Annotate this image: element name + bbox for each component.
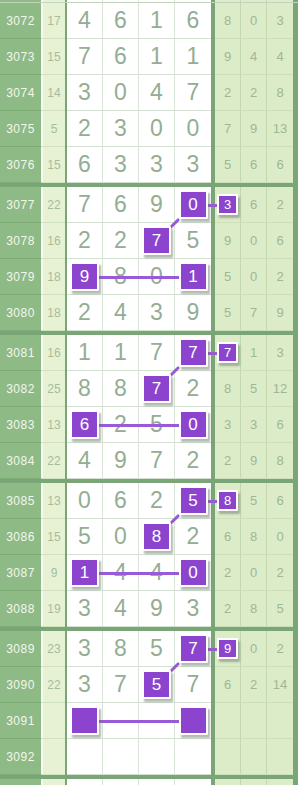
digit-cell[interactable]: 0 bbox=[175, 407, 211, 443]
digit-cell[interactable]: 7 bbox=[175, 631, 211, 667]
digit-cell[interactable]: 8 bbox=[103, 631, 139, 667]
right-edge-band bbox=[293, 591, 298, 627]
digit-cell[interactable]: 8 bbox=[67, 371, 103, 407]
selected-digit-box: 1 bbox=[179, 262, 208, 291]
digit-cell[interactable]: 2 bbox=[67, 295, 103, 331]
selected-digit-box bbox=[179, 706, 208, 735]
stat-cell-fragment bbox=[267, 779, 293, 785]
digit-cell[interactable]: 7 bbox=[175, 667, 211, 703]
lottery-trend-chart: 3072174616803307315761194430741430472283… bbox=[0, 0, 298, 785]
digit-cell[interactable]: 2 bbox=[175, 519, 211, 555]
stat-cell[interactable]: 7 bbox=[241, 295, 267, 331]
digit-cell[interactable]: 2 bbox=[175, 371, 211, 407]
stat-cell[interactable]: 12 bbox=[267, 371, 293, 407]
stat-cell[interactable]: 7 bbox=[215, 335, 241, 371]
digit-cell[interactable] bbox=[67, 703, 103, 739]
stat-cell[interactable]: 2 bbox=[241, 75, 267, 111]
digit-cell[interactable]: 0 bbox=[175, 555, 211, 591]
right-edge-band bbox=[293, 739, 298, 775]
digit-cell[interactable]: 1 bbox=[139, 3, 175, 39]
sum-cell: 9 bbox=[43, 555, 65, 591]
row-period-3082: 30822588728512 bbox=[0, 371, 298, 407]
row-period-3090: 30902237576214 bbox=[0, 667, 298, 703]
period-cell: 3081 bbox=[0, 335, 41, 371]
stat-cell[interactable]: 5 bbox=[241, 483, 267, 519]
digit-cell-fragment bbox=[67, 779, 103, 785]
selected-digit-box: 7 bbox=[142, 226, 171, 255]
stat-cell[interactable]: 6 bbox=[267, 483, 293, 519]
sum-cell: 5 bbox=[43, 111, 65, 147]
digit-cell[interactable]: 6 bbox=[103, 39, 139, 75]
selected-digit-box: 6 bbox=[70, 410, 99, 439]
stat-cell[interactable]: 1 bbox=[241, 335, 267, 371]
period-cell: 3077 bbox=[0, 187, 41, 223]
digit-cell[interactable] bbox=[103, 739, 139, 775]
stat-cell[interactable]: 5 bbox=[267, 591, 293, 627]
stat-cell[interactable]: 2 bbox=[215, 75, 241, 111]
right-edge-band bbox=[293, 187, 298, 223]
stat-cell[interactable]: 9 bbox=[215, 39, 241, 75]
stat-cell[interactable]: 6 bbox=[267, 223, 293, 259]
period-cell: 3088 bbox=[0, 591, 41, 627]
stat-cell[interactable]: 2 bbox=[267, 259, 293, 295]
right-edge-band bbox=[293, 371, 298, 407]
right-edge-band bbox=[293, 147, 298, 183]
row-period-3083: 3083136250336 bbox=[0, 407, 298, 443]
row-period-3080: 3080182439579 bbox=[0, 295, 298, 331]
stat-cell[interactable] bbox=[241, 739, 267, 775]
digit-cell[interactable]: 0 bbox=[103, 75, 139, 111]
digit-cell[interactable]: 9 bbox=[175, 295, 211, 331]
digit-cell[interactable]: 5 bbox=[139, 631, 175, 667]
digit-cell[interactable]: 1 bbox=[139, 39, 175, 75]
stat-cell[interactable]: 8 bbox=[267, 75, 293, 111]
period-cell: 3087 bbox=[0, 555, 41, 591]
digit-cell[interactable]: 0 bbox=[175, 111, 211, 147]
row-period-3074: 3074143047228 bbox=[0, 75, 298, 111]
selected-stat-box: 9 bbox=[217, 638, 238, 659]
stat-cell[interactable] bbox=[267, 739, 293, 775]
digit-cell[interactable]: 1 bbox=[67, 555, 103, 591]
trend-grid: 3072174616803307315761194430741430472283… bbox=[0, 0, 298, 785]
stat-cell[interactable] bbox=[241, 703, 267, 739]
sum-cell: 16 bbox=[43, 223, 65, 259]
sum-cell: 19 bbox=[43, 591, 65, 627]
digit-cell[interactable]: 6 bbox=[103, 187, 139, 223]
digit-cell[interactable]: 1 bbox=[103, 335, 139, 371]
digit-cell[interactable]: 4 bbox=[67, 3, 103, 39]
row-period-3085: 3085130625856 bbox=[0, 483, 298, 519]
period-cell: 3084 bbox=[0, 443, 41, 479]
stat-cell[interactable]: 5 bbox=[215, 295, 241, 331]
digit-cell[interactable]: 7 bbox=[139, 443, 175, 479]
digit-cell[interactable]: 1 bbox=[175, 39, 211, 75]
digit-cell[interactable]: 9 bbox=[103, 443, 139, 479]
sum-cell: 25 bbox=[43, 371, 65, 407]
digit-cell[interactable]: 6 bbox=[67, 147, 103, 183]
right-edge-band bbox=[293, 631, 298, 667]
stat-cell[interactable]: 8 bbox=[215, 371, 241, 407]
period-cell-fragment bbox=[0, 779, 41, 785]
digit-cell[interactable]: 2 bbox=[67, 223, 103, 259]
selected-digit-box: 5 bbox=[142, 670, 171, 699]
stat-cell[interactable]: 5 bbox=[241, 371, 267, 407]
stat-cell[interactable]: 3 bbox=[267, 3, 293, 39]
digit-cell[interactable]: 2 bbox=[67, 111, 103, 147]
digit-cell[interactable]: 3 bbox=[175, 147, 211, 183]
stat-cell[interactable]: 9 bbox=[215, 223, 241, 259]
digit-cell[interactable]: 5 bbox=[175, 483, 211, 519]
digit-cell[interactable]: 7 bbox=[175, 335, 211, 371]
connector-line bbox=[98, 720, 180, 723]
stat-cell[interactable]: 2 bbox=[267, 555, 293, 591]
digit-cell-fragment bbox=[139, 779, 175, 785]
stat-cell[interactable] bbox=[215, 703, 241, 739]
row-period-3086: 3086155082680 bbox=[0, 519, 298, 555]
digit-cell[interactable]: 3 bbox=[139, 295, 175, 331]
row-period-3076: 3076156333566 bbox=[0, 147, 298, 183]
stat-cell[interactable]: 5 bbox=[215, 147, 241, 183]
sum-cell: 22 bbox=[43, 187, 65, 223]
digit-cell[interactable]: 8 bbox=[103, 371, 139, 407]
stat-cell[interactable]: 0 bbox=[241, 223, 267, 259]
period-cell: 3090 bbox=[0, 667, 41, 703]
sum-cell: 22 bbox=[43, 667, 65, 703]
sum-cell: 15 bbox=[43, 39, 65, 75]
period-cell: 3074 bbox=[0, 75, 41, 111]
row-period-3073: 3073157611944 bbox=[0, 39, 298, 75]
stat-cell[interactable]: 9 bbox=[241, 111, 267, 147]
stat-cell[interactable]: 9 bbox=[267, 295, 293, 331]
row-period-3092: 3092 bbox=[0, 739, 298, 775]
stat-cell[interactable]: 0 bbox=[241, 3, 267, 39]
connector-line bbox=[98, 572, 180, 575]
stat-cell[interactable]: 6 bbox=[241, 147, 267, 183]
stat-cell[interactable]: 6 bbox=[267, 147, 293, 183]
sum-cell-fragment bbox=[43, 779, 65, 785]
stat-cell[interactable]: 8 bbox=[267, 443, 293, 479]
digit-cell-fragment bbox=[175, 779, 211, 785]
period-cell: 3072 bbox=[0, 3, 41, 39]
row-period-3084: 3084224972298 bbox=[0, 443, 298, 479]
sum-cell: 18 bbox=[43, 259, 65, 295]
period-cell: 3083 bbox=[0, 407, 41, 443]
period-cell: 3080 bbox=[0, 295, 41, 331]
digit-cell[interactable]: 7 bbox=[175, 75, 211, 111]
stat-cell[interactable]: 8 bbox=[215, 483, 241, 519]
stat-cell[interactable]: 8 bbox=[215, 3, 241, 39]
digit-cell[interactable]: 4 bbox=[103, 295, 139, 331]
row-period-3088: 3088193493285 bbox=[0, 591, 298, 627]
digit-cell[interactable]: 1 bbox=[67, 335, 103, 371]
connector-line bbox=[98, 424, 180, 427]
digit-cell[interactable]: 3 bbox=[67, 631, 103, 667]
right-edge-band bbox=[293, 667, 298, 703]
right-edge-band bbox=[293, 703, 298, 739]
right-edge-band bbox=[293, 555, 298, 591]
stat-cell[interactable]: 9 bbox=[241, 443, 267, 479]
stat-cell[interactable]: 2 bbox=[215, 591, 241, 627]
period-cell: 3073 bbox=[0, 39, 41, 75]
digit-cell[interactable]: 7 bbox=[103, 667, 139, 703]
digit-cell[interactable]: 9 bbox=[67, 259, 103, 295]
sum-cell: 13 bbox=[43, 483, 65, 519]
digit-cell[interactable]: 3 bbox=[139, 147, 175, 183]
digit-cell[interactable]: 7 bbox=[139, 371, 175, 407]
digit-cell[interactable]: 4 bbox=[103, 591, 139, 627]
right-edge-band bbox=[293, 443, 298, 479]
digit-cell[interactable] bbox=[67, 739, 103, 775]
selected-digit-box: 8 bbox=[142, 522, 171, 551]
digit-cell[interactable]: 7 bbox=[139, 223, 175, 259]
stat-cell[interactable]: 8 bbox=[241, 591, 267, 627]
stat-cell-fragment bbox=[241, 779, 267, 785]
row-period-3077: 3077227690362 bbox=[0, 187, 298, 223]
stat-cell[interactable]: 0 bbox=[241, 555, 267, 591]
digit-cell[interactable]: 2 bbox=[103, 223, 139, 259]
digit-cell[interactable]: 5 bbox=[139, 667, 175, 703]
right-edge-band bbox=[293, 223, 298, 259]
digit-cell[interactable]: 4 bbox=[139, 75, 175, 111]
selected-stat-box: 8 bbox=[217, 490, 238, 511]
digit-cell[interactable]: 9 bbox=[139, 187, 175, 223]
right-edge-band bbox=[293, 3, 298, 39]
next-row-fragment bbox=[0, 779, 298, 785]
stat-cell[interactable]: 6 bbox=[267, 407, 293, 443]
sum-cell: 15 bbox=[43, 147, 65, 183]
sum-cell: 17 bbox=[43, 3, 65, 39]
period-cell: 3089 bbox=[0, 631, 41, 667]
stat-cell[interactable] bbox=[215, 739, 241, 775]
stat-cell[interactable]: 0 bbox=[241, 631, 267, 667]
right-edge-band bbox=[293, 483, 298, 519]
digit-cell[interactable]: 3 bbox=[103, 111, 139, 147]
selected-digit-box bbox=[70, 706, 99, 735]
digit-cell[interactable]: 3 bbox=[67, 75, 103, 111]
digit-cell[interactable]: 3 bbox=[103, 147, 139, 183]
digit-cell[interactable]: 6 bbox=[103, 483, 139, 519]
digit-cell[interactable]: 6 bbox=[103, 3, 139, 39]
stat-cell[interactable]: 7 bbox=[215, 111, 241, 147]
selected-digit-box: 9 bbox=[70, 262, 99, 291]
stat-cell[interactable]: 3 bbox=[241, 407, 267, 443]
stat-cell[interactable]: 3 bbox=[215, 187, 241, 223]
stat-cell[interactable]: 3 bbox=[267, 335, 293, 371]
digit-cell[interactable]: 5 bbox=[67, 519, 103, 555]
stat-cell[interactable]: 0 bbox=[267, 519, 293, 555]
sum-cell: 23 bbox=[43, 631, 65, 667]
stat-cell[interactable]: 5 bbox=[215, 259, 241, 295]
right-edge-band bbox=[293, 259, 298, 295]
right-edge-band bbox=[293, 75, 298, 111]
digit-cell[interactable]: 7 bbox=[67, 39, 103, 75]
right-edge-band bbox=[293, 295, 298, 331]
digit-cell[interactable]: 0 bbox=[103, 519, 139, 555]
selected-digit-box: 1 bbox=[70, 558, 99, 587]
period-cell: 3092 bbox=[0, 739, 41, 775]
digit-cell[interactable] bbox=[175, 703, 211, 739]
digit-cell[interactable]: 4 bbox=[67, 443, 103, 479]
digit-cell[interactable]: 0 bbox=[139, 111, 175, 147]
row-period-3072: 3072174616803 bbox=[0, 3, 298, 39]
right-edge-band bbox=[293, 335, 298, 371]
row-period-3089: 3089233857902 bbox=[0, 631, 298, 667]
selected-stat-box: 3 bbox=[217, 194, 238, 215]
digit-cell[interactable]: 6 bbox=[67, 407, 103, 443]
stat-cell-fragment bbox=[215, 779, 241, 785]
digit-cell[interactable]: 3 bbox=[67, 591, 103, 627]
row-period-3081: 3081161177713 bbox=[0, 335, 298, 371]
digit-cell[interactable]: 3 bbox=[175, 591, 211, 627]
sum-cell bbox=[43, 703, 65, 739]
stat-cell[interactable]: 9 bbox=[215, 631, 241, 667]
stat-cell[interactable]: 2 bbox=[267, 187, 293, 223]
right-edge-band bbox=[293, 407, 298, 443]
sum-cell: 14 bbox=[43, 75, 65, 111]
period-cell: 3076 bbox=[0, 147, 41, 183]
period-cell: 3079 bbox=[0, 259, 41, 295]
digit-cell[interactable] bbox=[175, 739, 211, 775]
stat-cell[interactable]: 4 bbox=[241, 39, 267, 75]
sum-cell: 22 bbox=[43, 443, 65, 479]
stat-cell[interactable]: 13 bbox=[267, 111, 293, 147]
stat-cell[interactable]: 0 bbox=[241, 259, 267, 295]
digit-cell[interactable]: 1 bbox=[175, 259, 211, 295]
stat-cell[interactable]: 2 bbox=[267, 631, 293, 667]
digit-cell[interactable] bbox=[139, 739, 175, 775]
selected-digit-box: 0 bbox=[179, 190, 208, 219]
digit-cell[interactable]: 0 bbox=[67, 483, 103, 519]
connector-line bbox=[98, 276, 180, 279]
stat-cell[interactable]: 8 bbox=[241, 519, 267, 555]
selected-digit-box: 5 bbox=[179, 486, 208, 515]
sum-cell: 13 bbox=[43, 407, 65, 443]
sum-cell bbox=[43, 739, 65, 775]
digit-cell[interactable]: 5 bbox=[175, 223, 211, 259]
digit-cell[interactable]: 7 bbox=[139, 335, 175, 371]
stat-cell[interactable]: 2 bbox=[215, 443, 241, 479]
stat-cell[interactable]: 2 bbox=[241, 667, 267, 703]
selected-digit-box: 7 bbox=[179, 338, 208, 367]
right-edge-band bbox=[293, 111, 298, 147]
digit-cell[interactable]: 3 bbox=[67, 667, 103, 703]
digit-cell[interactable]: 6 bbox=[175, 3, 211, 39]
right-edge-band bbox=[293, 519, 298, 555]
row-period-3075: 3075523007913 bbox=[0, 111, 298, 147]
digit-cell[interactable]: 2 bbox=[139, 483, 175, 519]
stat-cell[interactable]: 6 bbox=[241, 187, 267, 223]
stat-cell[interactable]: 3 bbox=[215, 407, 241, 443]
stat-cell[interactable] bbox=[267, 703, 293, 739]
digit-cell[interactable]: 2 bbox=[175, 443, 211, 479]
digit-cell[interactable]: 9 bbox=[139, 591, 175, 627]
period-cell: 3075 bbox=[0, 111, 41, 147]
selected-digit-box: 7 bbox=[142, 374, 171, 403]
row-period-3087: 308791440202 bbox=[0, 555, 298, 591]
selected-digit-box: 7 bbox=[179, 634, 208, 663]
stat-cell[interactable]: 14 bbox=[267, 667, 293, 703]
digit-cell-fragment bbox=[103, 779, 139, 785]
row-period-3091: 3091 bbox=[0, 703, 298, 739]
selected-digit-box: 0 bbox=[179, 558, 208, 587]
period-cell: 3078 bbox=[0, 223, 41, 259]
right-edge-band bbox=[293, 39, 298, 75]
period-cell: 3086 bbox=[0, 519, 41, 555]
row-period-3079: 3079189801502 bbox=[0, 259, 298, 295]
sum-cell: 16 bbox=[43, 335, 65, 371]
period-cell: 3091 bbox=[0, 703, 41, 739]
digit-cell[interactable]: 0 bbox=[175, 187, 211, 223]
selected-stat-box: 7 bbox=[217, 342, 238, 363]
stat-cell[interactable]: 6 bbox=[215, 667, 241, 703]
sum-cell: 15 bbox=[43, 519, 65, 555]
row-period-3078: 3078162275906 bbox=[0, 223, 298, 259]
digit-cell[interactable]: 7 bbox=[67, 187, 103, 223]
period-cell: 3082 bbox=[0, 371, 41, 407]
stat-cell[interactable]: 6 bbox=[215, 519, 241, 555]
stat-cell[interactable]: 4 bbox=[267, 39, 293, 75]
period-cell: 3085 bbox=[0, 483, 41, 519]
sum-cell: 18 bbox=[43, 295, 65, 331]
digit-cell[interactable]: 8 bbox=[139, 519, 175, 555]
selected-digit-box: 0 bbox=[179, 410, 208, 439]
right-edge-band bbox=[293, 779, 298, 785]
stat-cell[interactable]: 2 bbox=[215, 555, 241, 591]
